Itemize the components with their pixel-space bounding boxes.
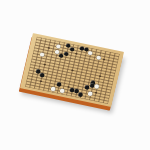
go-board[interactable]: [20, 33, 124, 107]
photo-background: [0, 0, 150, 150]
